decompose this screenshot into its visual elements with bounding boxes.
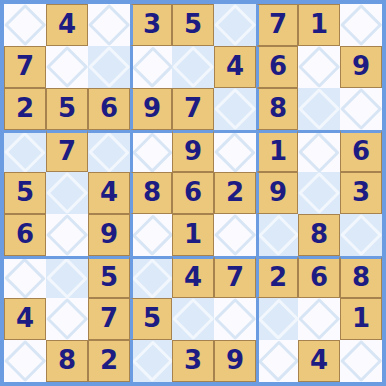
empty-cell-diamond-icon [298, 132, 340, 172]
cell-r6c1: 6 [4, 214, 46, 256]
cell-r8c5[interactable] [172, 298, 214, 340]
cell-r6c5: 1 [172, 214, 214, 256]
given-digit: 7 [100, 305, 118, 331]
cell-r4c7: 1 [256, 130, 298, 172]
cell-r5c5: 6 [172, 172, 214, 214]
empty-cell-diamond-icon [298, 88, 340, 130]
cell-r6c8: 8 [298, 214, 340, 256]
given-digit: 4 [58, 11, 76, 37]
cell-r2c9: 9 [340, 46, 382, 88]
empty-cell-diamond-icon [340, 88, 382, 130]
cell-r9c3: 2 [88, 340, 130, 382]
cell-r4c1[interactable] [4, 130, 46, 172]
cell-r4c5: 9 [172, 130, 214, 172]
cell-r4c6[interactable] [214, 130, 256, 172]
cell-r3c7: 8 [256, 88, 298, 130]
cell-r8c1: 4 [4, 298, 46, 340]
cell-r9c7[interactable] [256, 340, 298, 382]
empty-cell-diamond-icon [172, 298, 214, 340]
cell-r3c8[interactable] [298, 88, 340, 130]
given-digit: 7 [16, 53, 34, 79]
given-digit: 5 [58, 95, 76, 121]
empty-cell-diamond-icon [132, 340, 172, 382]
cell-r8c2[interactable] [46, 298, 88, 340]
cell-r3c9[interactable] [340, 88, 382, 130]
cell-r5c2[interactable] [46, 172, 88, 214]
cell-r9c2: 8 [46, 340, 88, 382]
given-digit: 8 [143, 179, 161, 205]
empty-cell-diamond-icon [214, 298, 256, 340]
empty-cell-diamond-icon [214, 132, 256, 172]
given-digit: 6 [16, 221, 34, 247]
cell-r2c2[interactable] [46, 46, 88, 88]
empty-cell-diamond-icon [298, 298, 340, 340]
cell-r9c8: 4 [298, 340, 340, 382]
cell-r1c3[interactable] [88, 4, 130, 46]
empty-cell-diamond-icon [46, 214, 88, 256]
empty-cell-diamond-icon [88, 4, 130, 46]
cell-r5c3: 4 [88, 172, 130, 214]
cell-r4c9: 6 [340, 130, 382, 172]
cell-r2c1: 7 [4, 46, 46, 88]
cell-r1c8: 1 [298, 4, 340, 46]
given-digit: 8 [58, 347, 76, 373]
cell-r9c9[interactable] [340, 340, 382, 382]
cell-r8c6[interactable] [214, 298, 256, 340]
cell-r5c9: 3 [340, 172, 382, 214]
given-digit: 5 [184, 11, 202, 37]
cell-r1c5: 5 [172, 4, 214, 46]
empty-cell-diamond-icon [258, 298, 298, 340]
given-digit: 1 [310, 11, 328, 37]
cell-r3c2: 5 [46, 88, 88, 130]
cell-r9c1[interactable] [4, 340, 46, 382]
empty-cell-diamond-icon [258, 214, 298, 256]
empty-cell-diamond-icon [46, 172, 88, 214]
given-digit: 5 [100, 264, 118, 290]
cell-r5c6: 2 [214, 172, 256, 214]
cell-r8c9: 1 [340, 298, 382, 340]
empty-cell-diamond-icon [4, 4, 46, 46]
empty-cell-diamond-icon [340, 4, 382, 46]
cell-r9c5: 3 [172, 340, 214, 382]
empty-cell-diamond-icon [88, 132, 130, 172]
given-digit: 6 [100, 95, 118, 121]
given-digit: 9 [269, 179, 287, 205]
given-digit: 9 [143, 95, 161, 121]
given-digit: 2 [16, 95, 34, 121]
given-digit: 2 [269, 264, 287, 290]
empty-cell-diamond-icon [46, 298, 88, 340]
given-digit: 9 [100, 221, 118, 247]
empty-cell-diamond-icon [214, 88, 256, 130]
sudoku-board: 4357174692569787916548629369185472684751… [0, 0, 386, 386]
cell-r6c9[interactable] [340, 214, 382, 256]
given-digit: 4 [100, 179, 118, 205]
given-digit: 9 [226, 347, 244, 373]
empty-cell-diamond-icon [132, 132, 172, 172]
empty-cell-diamond-icon [46, 46, 88, 88]
cell-r6c2[interactable] [46, 214, 88, 256]
empty-cell-diamond-icon [214, 214, 256, 256]
empty-cell-diamond-icon [340, 214, 382, 256]
cell-r1c9[interactable] [340, 4, 382, 46]
empty-cell-diamond-icon [132, 258, 172, 298]
cell-r7c4[interactable] [130, 256, 172, 298]
empty-cell-diamond-icon [88, 46, 130, 88]
cell-r3c1: 2 [4, 88, 46, 130]
cell-r7c1[interactable] [4, 256, 46, 298]
given-digit: 3 [143, 11, 161, 37]
cell-r2c5[interactable] [172, 46, 214, 88]
given-digit: 3 [184, 347, 202, 373]
cell-r8c7[interactable] [256, 298, 298, 340]
cell-r1c4: 3 [130, 4, 172, 46]
cell-r6c7[interactable] [256, 214, 298, 256]
given-digit: 7 [58, 138, 76, 164]
given-digit: 2 [100, 347, 118, 373]
given-digit: 1 [184, 221, 202, 247]
cell-r4c3[interactable] [88, 130, 130, 172]
empty-cell-diamond-icon [46, 258, 88, 298]
cell-r2c8[interactable] [298, 46, 340, 88]
empty-cell-diamond-icon [4, 132, 46, 172]
empty-cell-diamond-icon [4, 340, 46, 382]
cell-r9c6: 9 [214, 340, 256, 382]
given-digit: 6 [269, 53, 287, 79]
given-digit: 4 [16, 305, 34, 331]
given-digit: 1 [269, 138, 287, 164]
empty-cell-diamond-icon [340, 340, 382, 382]
cell-r6c6[interactable] [214, 214, 256, 256]
given-digit: 7 [184, 95, 202, 121]
cell-r5c7: 9 [256, 172, 298, 214]
empty-cell-diamond-icon [298, 172, 340, 214]
given-digit: 8 [352, 264, 370, 290]
cell-r3c4: 9 [130, 88, 172, 130]
cell-r4c4[interactable] [130, 130, 172, 172]
cell-r8c4: 5 [130, 298, 172, 340]
cell-r2c6: 4 [214, 46, 256, 88]
cell-r6c4[interactable] [130, 214, 172, 256]
cell-r7c8: 6 [298, 256, 340, 298]
given-digit: 6 [352, 138, 370, 164]
cell-r7c9: 8 [340, 256, 382, 298]
empty-cell-diamond-icon [4, 258, 46, 298]
given-digit: 2 [226, 179, 244, 205]
empty-cell-diamond-icon [172, 46, 214, 88]
cell-r8c8[interactable] [298, 298, 340, 340]
given-digit: 4 [184, 264, 202, 290]
given-digit: 4 [226, 53, 244, 79]
empty-cell-diamond-icon [132, 46, 172, 88]
cell-r9c4[interactable] [130, 340, 172, 382]
given-digit: 7 [269, 11, 287, 37]
given-digit: 6 [184, 179, 202, 205]
cell-r4c2: 7 [46, 130, 88, 172]
given-digit: 9 [184, 138, 202, 164]
cell-r2c4[interactable] [130, 46, 172, 88]
empty-cell-diamond-icon [298, 46, 340, 88]
given-digit: 8 [269, 95, 287, 121]
cell-r5c4: 8 [130, 172, 172, 214]
cell-r3c5: 7 [172, 88, 214, 130]
cell-r2c3[interactable] [88, 46, 130, 88]
cell-r5c8[interactable] [298, 172, 340, 214]
cell-r5c1: 5 [4, 172, 46, 214]
cell-r7c2[interactable] [46, 256, 88, 298]
cell-r7c6: 7 [214, 256, 256, 298]
cell-r3c6[interactable] [214, 88, 256, 130]
cell-r1c7: 7 [256, 4, 298, 46]
cell-r1c2: 4 [46, 4, 88, 46]
cell-r1c1[interactable] [4, 4, 46, 46]
cell-r1c6[interactable] [214, 4, 256, 46]
given-digit: 5 [16, 179, 34, 205]
given-digit: 6 [310, 264, 328, 290]
given-digit: 8 [310, 221, 328, 247]
cell-r4c8[interactable] [298, 130, 340, 172]
cell-r8c3: 7 [88, 298, 130, 340]
given-digit: 7 [226, 264, 244, 290]
empty-cell-diamond-icon [258, 340, 298, 382]
empty-cell-diamond-icon [214, 4, 256, 46]
given-digit: 1 [352, 305, 370, 331]
given-digit: 4 [310, 347, 328, 373]
cell-r3c3: 6 [88, 88, 130, 130]
given-digit: 9 [352, 53, 370, 79]
empty-cell-diamond-icon [132, 214, 172, 256]
cell-r7c7: 2 [256, 256, 298, 298]
cell-r6c3: 9 [88, 214, 130, 256]
cell-r7c5: 4 [172, 256, 214, 298]
given-digit: 3 [352, 179, 370, 205]
cell-r7c3: 5 [88, 256, 130, 298]
given-digit: 5 [143, 305, 161, 331]
cell-r2c7: 6 [256, 46, 298, 88]
